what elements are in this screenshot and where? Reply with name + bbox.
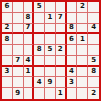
- cell-r7c8[interactable]: [77, 67, 88, 78]
- cell-r5c1[interactable]: [2, 45, 13, 56]
- cell-r5c7[interactable]: [67, 45, 78, 56]
- cell-r7c3[interactable]: 1: [24, 67, 35, 78]
- cell-r2c7[interactable]: [67, 13, 78, 24]
- cell-r6c2[interactable]: 7: [13, 56, 24, 67]
- cell-r5c9[interactable]: [88, 45, 99, 56]
- cell-r1c2[interactable]: [13, 2, 24, 13]
- cell-r3c4[interactable]: [34, 24, 45, 35]
- cell-r3c1[interactable]: 2: [2, 24, 13, 35]
- cell-r8c5[interactable]: 9: [45, 77, 56, 88]
- cell-r9c4[interactable]: [34, 88, 45, 99]
- cell-r9c8[interactable]: [77, 88, 88, 99]
- cell-r2c9[interactable]: [88, 13, 99, 24]
- cell-r6c8[interactable]: [77, 56, 88, 67]
- cell-r3c9[interactable]: 4: [88, 24, 99, 35]
- cell-r1c3[interactable]: [24, 2, 35, 13]
- cell-r5c3[interactable]: [24, 45, 35, 56]
- cell-r2c2[interactable]: [13, 13, 24, 24]
- cell-r8c6[interactable]: [56, 77, 67, 88]
- cell-r5c4[interactable]: 8: [34, 45, 45, 56]
- cell-r9c6[interactable]: 1: [56, 88, 67, 99]
- cell-r7c2[interactable]: [13, 67, 24, 78]
- cell-r9c3[interactable]: [24, 88, 35, 99]
- cell-r2c3[interactable]: 8: [24, 13, 35, 24]
- cell-r1c5[interactable]: [45, 2, 56, 13]
- cell-r9c1[interactable]: [2, 88, 13, 99]
- cell-r4c3[interactable]: [24, 34, 35, 45]
- cell-r9c9[interactable]: 2: [88, 88, 99, 99]
- cell-r6c6[interactable]: [56, 56, 67, 67]
- cell-r7c5[interactable]: [45, 67, 56, 78]
- cell-r4c5[interactable]: [45, 34, 56, 45]
- cell-r7c6[interactable]: [56, 67, 67, 78]
- cell-r9c7[interactable]: [67, 88, 78, 99]
- cell-r3c5[interactable]: [45, 24, 56, 35]
- cell-r4c2[interactable]: [13, 34, 24, 45]
- cell-r8c8[interactable]: [77, 77, 88, 88]
- cell-r1c1[interactable]: 6: [2, 2, 13, 13]
- cell-r6c9[interactable]: 5: [88, 56, 99, 67]
- cell-r9c5[interactable]: [45, 88, 56, 99]
- cell-r2c1[interactable]: [2, 13, 13, 24]
- cell-r1c4[interactable]: 5: [34, 2, 45, 13]
- cell-r1c8[interactable]: 2: [77, 2, 88, 13]
- cell-r8c2[interactable]: [13, 77, 24, 88]
- cell-r1c7[interactable]: [67, 2, 78, 13]
- cell-r6c5[interactable]: [45, 56, 56, 67]
- cell-r9c2[interactable]: 9: [13, 88, 24, 99]
- cell-r5c8[interactable]: [77, 45, 88, 56]
- cell-r6c3[interactable]: 4: [24, 56, 35, 67]
- cell-r2c8[interactable]: [77, 13, 88, 24]
- cell-r8c1[interactable]: [2, 77, 13, 88]
- cell-r6c1[interactable]: [2, 56, 13, 67]
- cell-r3c2[interactable]: [13, 24, 24, 35]
- cell-r2c6[interactable]: 7: [56, 13, 67, 24]
- cell-r1c9[interactable]: [88, 2, 99, 13]
- cell-r4c4[interactable]: [34, 34, 45, 45]
- cell-r1c6[interactable]: [56, 2, 67, 13]
- cell-r6c4[interactable]: [34, 56, 45, 67]
- cell-r8c7[interactable]: 3: [67, 77, 78, 88]
- cell-r7c7[interactable]: 4: [67, 67, 78, 78]
- cell-r5c6[interactable]: 2: [56, 45, 67, 56]
- cell-r6c7[interactable]: [67, 56, 78, 67]
- cell-r4c7[interactable]: 6: [67, 34, 78, 45]
- cell-r5c2[interactable]: [13, 45, 24, 56]
- cell-r5c5[interactable]: 5: [45, 45, 56, 56]
- cell-r8c4[interactable]: 4: [34, 77, 45, 88]
- cell-r3c6[interactable]: [56, 24, 67, 35]
- cell-r8c9[interactable]: [88, 77, 99, 88]
- cell-r3c3[interactable]: 7: [24, 24, 35, 35]
- cell-r4c1[interactable]: 8: [2, 34, 13, 45]
- cell-r3c7[interactable]: 8: [67, 24, 78, 35]
- cell-r2c5[interactable]: 1: [45, 13, 56, 24]
- cell-r7c1[interactable]: 3: [2, 67, 13, 78]
- cell-r7c9[interactable]: 8: [88, 67, 99, 78]
- cell-r4c6[interactable]: [56, 34, 67, 45]
- cell-r3c8[interactable]: [77, 24, 88, 35]
- cell-r4c9[interactable]: [88, 34, 99, 45]
- sudoku-board: 65281727848618527453148493912: [0, 0, 101, 101]
- cell-r2c4[interactable]: [34, 13, 45, 24]
- cell-r4c8[interactable]: 1: [77, 34, 88, 45]
- cell-r8c3[interactable]: [24, 77, 35, 88]
- cell-r7c4[interactable]: [34, 67, 45, 78]
